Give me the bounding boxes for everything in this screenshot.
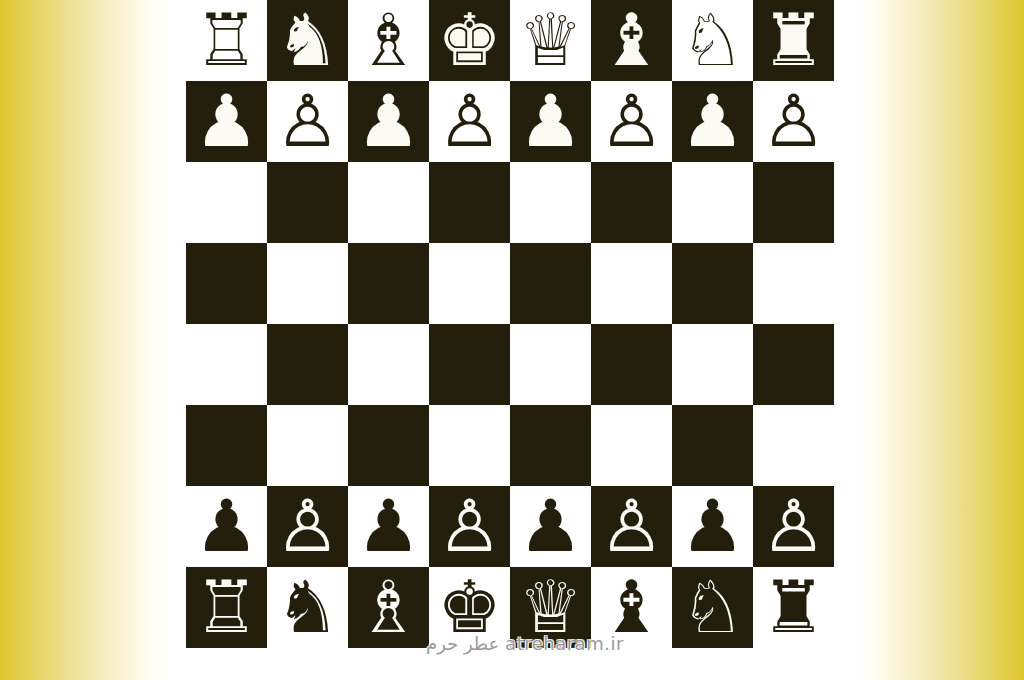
knight-outline-icon: ♘ <box>680 0 745 81</box>
bishop-outline-icon: ♗ <box>356 567 421 648</box>
square-a3[interactable] <box>186 405 267 486</box>
pawn-solid-icon: ♟ <box>680 81 745 162</box>
square-b7[interactable]: ♙ <box>267 81 348 162</box>
square-e4[interactable] <box>510 324 591 405</box>
square-f6[interactable] <box>591 162 672 243</box>
square-b1[interactable]: ♞ <box>267 567 348 648</box>
square-f2[interactable]: ♙ <box>591 486 672 567</box>
square-g7[interactable]: ♟ <box>672 81 753 162</box>
knight-solid-icon: ♞ <box>275 0 340 81</box>
square-b4[interactable] <box>267 324 348 405</box>
pawn-outline-icon: ♙ <box>275 81 340 162</box>
square-h7[interactable]: ♙ <box>753 81 834 162</box>
square-a7[interactable]: ♟ <box>186 81 267 162</box>
square-h5[interactable] <box>753 243 834 324</box>
rook-outline-icon: ♖ <box>194 0 259 81</box>
square-a6[interactable] <box>186 162 267 243</box>
pawn-solid-icon: ♟ <box>680 486 745 567</box>
square-b6[interactable] <box>267 162 348 243</box>
square-g8[interactable]: ♘ <box>672 0 753 81</box>
square-e3[interactable] <box>510 405 591 486</box>
square-a1[interactable]: ♖ <box>186 567 267 648</box>
pawn-outline-icon: ♙ <box>275 486 340 567</box>
watermark: عطر حرم atreharam.ir <box>426 633 624 654</box>
rook-solid-icon: ♜ <box>761 567 826 648</box>
pawn-solid-icon: ♟ <box>356 486 421 567</box>
bishop-outline-icon: ♗ <box>356 0 421 81</box>
square-c8[interactable]: ♗ <box>348 0 429 81</box>
square-e2[interactable]: ♟ <box>510 486 591 567</box>
square-f3[interactable] <box>591 405 672 486</box>
queen-outline-icon: ♕ <box>518 0 583 81</box>
square-e5[interactable] <box>510 243 591 324</box>
square-c2[interactable]: ♟ <box>348 486 429 567</box>
square-h2[interactable]: ♙ <box>753 486 834 567</box>
square-d2[interactable]: ♙ <box>429 486 510 567</box>
square-f5[interactable] <box>591 243 672 324</box>
king-solid-icon: ♚ <box>437 0 502 81</box>
square-b2[interactable]: ♙ <box>267 486 348 567</box>
square-d3[interactable] <box>429 405 510 486</box>
pawn-solid-icon: ♟ <box>194 486 259 567</box>
pawn-outline-icon: ♙ <box>437 486 502 567</box>
square-e7[interactable]: ♟ <box>510 81 591 162</box>
square-f8[interactable]: ♝ <box>591 0 672 81</box>
square-g3[interactable] <box>672 405 753 486</box>
square-h1[interactable]: ♜ <box>753 567 834 648</box>
square-c7[interactable]: ♟ <box>348 81 429 162</box>
chess-board: ♖♞♗♚♕♝♘♜♟♙♟♙♟♙♟♙♟♙♟♙♟♙♟♙♖♞♗♚♕♝♘♜ <box>186 0 834 648</box>
square-c5[interactable] <box>348 243 429 324</box>
square-d7[interactable]: ♙ <box>429 81 510 162</box>
square-a4[interactable] <box>186 324 267 405</box>
square-h4[interactable] <box>753 324 834 405</box>
square-b8[interactable]: ♞ <box>267 0 348 81</box>
square-b5[interactable] <box>267 243 348 324</box>
page-background: ♖♞♗♚♕♝♘♜♟♙♟♙♟♙♟♙♟♙♟♙♟♙♟♙♖♞♗♚♕♝♘♜ عطر حرم… <box>0 0 1024 680</box>
pawn-solid-icon: ♟ <box>356 81 421 162</box>
square-a2[interactable]: ♟ <box>186 486 267 567</box>
square-e6[interactable] <box>510 162 591 243</box>
square-a8[interactable]: ♖ <box>186 0 267 81</box>
square-c4[interactable] <box>348 324 429 405</box>
bishop-solid-icon: ♝ <box>599 0 664 81</box>
square-b3[interactable] <box>267 405 348 486</box>
square-f4[interactable] <box>591 324 672 405</box>
pawn-outline-icon: ♙ <box>599 486 664 567</box>
square-g1[interactable]: ♘ <box>672 567 753 648</box>
square-h6[interactable] <box>753 162 834 243</box>
pawn-outline-icon: ♙ <box>761 81 826 162</box>
rook-outline-icon: ♖ <box>194 567 259 648</box>
pawn-solid-icon: ♟ <box>194 81 259 162</box>
pawn-outline-icon: ♙ <box>761 486 826 567</box>
rook-solid-icon: ♜ <box>761 0 826 81</box>
square-c3[interactable] <box>348 405 429 486</box>
square-c1[interactable]: ♗ <box>348 567 429 648</box>
square-h8[interactable]: ♜ <box>753 0 834 81</box>
square-d8[interactable]: ♚ <box>429 0 510 81</box>
square-a5[interactable] <box>186 243 267 324</box>
square-d5[interactable] <box>429 243 510 324</box>
square-g4[interactable] <box>672 324 753 405</box>
square-g5[interactable] <box>672 243 753 324</box>
square-d6[interactable] <box>429 162 510 243</box>
pawn-solid-icon: ♟ <box>518 81 583 162</box>
pawn-solid-icon: ♟ <box>518 486 583 567</box>
square-d4[interactable] <box>429 324 510 405</box>
square-g2[interactable]: ♟ <box>672 486 753 567</box>
square-h3[interactable] <box>753 405 834 486</box>
knight-solid-icon: ♞ <box>275 567 340 648</box>
pawn-outline-icon: ♙ <box>599 81 664 162</box>
square-f7[interactable]: ♙ <box>591 81 672 162</box>
square-g6[interactable] <box>672 162 753 243</box>
square-c6[interactable] <box>348 162 429 243</box>
square-e8[interactable]: ♕ <box>510 0 591 81</box>
knight-outline-icon: ♘ <box>680 567 745 648</box>
pawn-outline-icon: ♙ <box>437 81 502 162</box>
